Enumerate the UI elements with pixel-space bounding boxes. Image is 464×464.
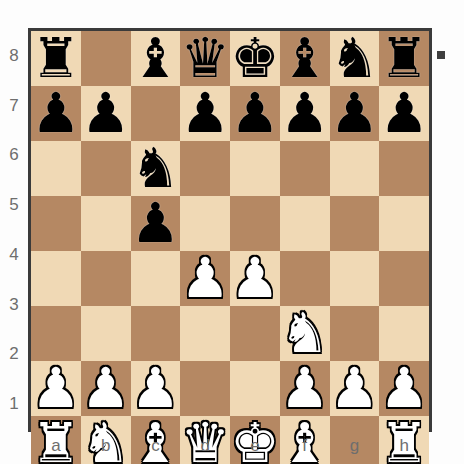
square-d7[interactable]: ♟ xyxy=(180,86,230,141)
white-pawn[interactable]: ♟ xyxy=(131,361,180,416)
square-d6[interactable] xyxy=(180,141,230,196)
chess-board: ♜♝♛♚♝♞♜♟♟♟♟♟♟♟♞♟♟♟♞♟♟♟♟♟♟♜♞♝♛♚♝♜ xyxy=(28,28,432,432)
rank-label-2: 2 xyxy=(0,330,28,380)
white-pawn[interactable]: ♟ xyxy=(31,361,80,416)
square-b4[interactable] xyxy=(81,251,131,306)
rank-label-7: 7 xyxy=(0,81,28,131)
chess-page: 87654321 ♜♝♛♚♝♞♜♟♟♟♟♟♟♟♞♟♟♟♞♟♟♟♟♟♟♜♞♝♛♚♝… xyxy=(0,0,464,464)
black-rook[interactable]: ♜ xyxy=(379,31,428,86)
square-c3[interactable] xyxy=(131,306,181,361)
square-e7[interactable]: ♟ xyxy=(230,86,280,141)
square-f4[interactable] xyxy=(280,251,330,306)
black-pawn[interactable]: ♟ xyxy=(280,86,329,141)
square-f8[interactable]: ♝ xyxy=(280,31,330,86)
square-f7[interactable]: ♟ xyxy=(280,86,330,141)
square-b6[interactable] xyxy=(81,141,131,196)
square-d5[interactable] xyxy=(180,196,230,251)
square-g7[interactable]: ♟ xyxy=(330,86,380,141)
file-label-f: f xyxy=(280,432,330,460)
black-knight[interactable]: ♞ xyxy=(330,31,379,86)
file-labels: abcdefgh xyxy=(31,432,429,460)
square-g8[interactable]: ♞ xyxy=(330,31,380,86)
square-a2[interactable]: ♟ xyxy=(31,361,81,416)
square-a5[interactable] xyxy=(31,196,81,251)
black-pawn[interactable]: ♟ xyxy=(81,86,130,141)
black-pawn[interactable]: ♟ xyxy=(131,196,180,251)
white-pawn[interactable]: ♟ xyxy=(330,361,379,416)
square-c5[interactable]: ♟ xyxy=(131,196,181,251)
black-pawn[interactable]: ♟ xyxy=(330,86,379,141)
rank-label-1: 1 xyxy=(0,379,28,429)
black-knight[interactable]: ♞ xyxy=(131,141,180,196)
file-label-e: e xyxy=(230,432,280,460)
square-e2[interactable] xyxy=(230,361,280,416)
square-g5[interactable] xyxy=(330,196,380,251)
square-b5[interactable] xyxy=(81,196,131,251)
black-rook[interactable]: ♜ xyxy=(31,31,80,86)
rank-labels: 87654321 xyxy=(0,31,28,429)
square-f6[interactable] xyxy=(280,141,330,196)
white-pawn[interactable]: ♟ xyxy=(379,361,428,416)
white-pawn[interactable]: ♟ xyxy=(180,251,229,306)
turn-indicator-black-to-move xyxy=(437,51,445,59)
square-b8[interactable] xyxy=(81,31,131,86)
file-label-h: h xyxy=(379,432,429,460)
square-d4[interactable]: ♟ xyxy=(180,251,230,306)
file-label-a: a xyxy=(31,432,81,460)
white-pawn[interactable]: ♟ xyxy=(230,251,279,306)
square-f5[interactable] xyxy=(280,196,330,251)
black-pawn[interactable]: ♟ xyxy=(31,86,80,141)
square-d2[interactable] xyxy=(180,361,230,416)
rank-label-5: 5 xyxy=(0,180,28,230)
square-c6[interactable]: ♞ xyxy=(131,141,181,196)
square-h2[interactable]: ♟ xyxy=(379,361,429,416)
black-pawn[interactable]: ♟ xyxy=(230,86,279,141)
square-e3[interactable] xyxy=(230,306,280,361)
file-label-c: c xyxy=(131,432,181,460)
square-d8[interactable]: ♛ xyxy=(180,31,230,86)
square-h6[interactable] xyxy=(379,141,429,196)
square-f3[interactable]: ♞ xyxy=(280,306,330,361)
file-label-b: b xyxy=(81,432,131,460)
white-pawn[interactable]: ♟ xyxy=(81,361,130,416)
square-c4[interactable] xyxy=(131,251,181,306)
square-h4[interactable] xyxy=(379,251,429,306)
square-b7[interactable]: ♟ xyxy=(81,86,131,141)
square-a8[interactable]: ♜ xyxy=(31,31,81,86)
square-g6[interactable] xyxy=(330,141,380,196)
square-f2[interactable]: ♟ xyxy=(280,361,330,416)
file-label-d: d xyxy=(180,432,230,460)
square-b3[interactable] xyxy=(81,306,131,361)
square-e6[interactable] xyxy=(230,141,280,196)
square-g4[interactable] xyxy=(330,251,380,306)
black-queen[interactable]: ♛ xyxy=(180,31,229,86)
white-knight[interactable]: ♞ xyxy=(280,306,329,361)
square-c2[interactable]: ♟ xyxy=(131,361,181,416)
square-a4[interactable] xyxy=(31,251,81,306)
square-c8[interactable]: ♝ xyxy=(131,31,181,86)
file-label-g: g xyxy=(330,432,380,460)
square-c7[interactable] xyxy=(131,86,181,141)
square-a3[interactable] xyxy=(31,306,81,361)
rank-label-4: 4 xyxy=(0,230,28,280)
rank-label-3: 3 xyxy=(0,280,28,330)
square-g3[interactable] xyxy=(330,306,380,361)
square-a7[interactable]: ♟ xyxy=(31,86,81,141)
black-pawn[interactable]: ♟ xyxy=(180,86,229,141)
black-king[interactable]: ♚ xyxy=(230,31,279,86)
rank-label-8: 8 xyxy=(0,31,28,81)
rank-label-6: 6 xyxy=(0,131,28,181)
square-b2[interactable]: ♟ xyxy=(81,361,131,416)
square-d3[interactable] xyxy=(180,306,230,361)
square-g2[interactable]: ♟ xyxy=(330,361,380,416)
square-h7[interactable]: ♟ xyxy=(379,86,429,141)
square-h3[interactable] xyxy=(379,306,429,361)
square-e8[interactable]: ♚ xyxy=(230,31,280,86)
square-a6[interactable] xyxy=(31,141,81,196)
white-pawn[interactable]: ♟ xyxy=(280,361,329,416)
black-bishop[interactable]: ♝ xyxy=(131,31,180,86)
square-e5[interactable] xyxy=(230,196,280,251)
black-pawn[interactable]: ♟ xyxy=(379,86,428,141)
square-h8[interactable]: ♜ xyxy=(379,31,429,86)
black-bishop[interactable]: ♝ xyxy=(280,31,329,86)
square-e4[interactable]: ♟ xyxy=(230,251,280,306)
square-h5[interactable] xyxy=(379,196,429,251)
